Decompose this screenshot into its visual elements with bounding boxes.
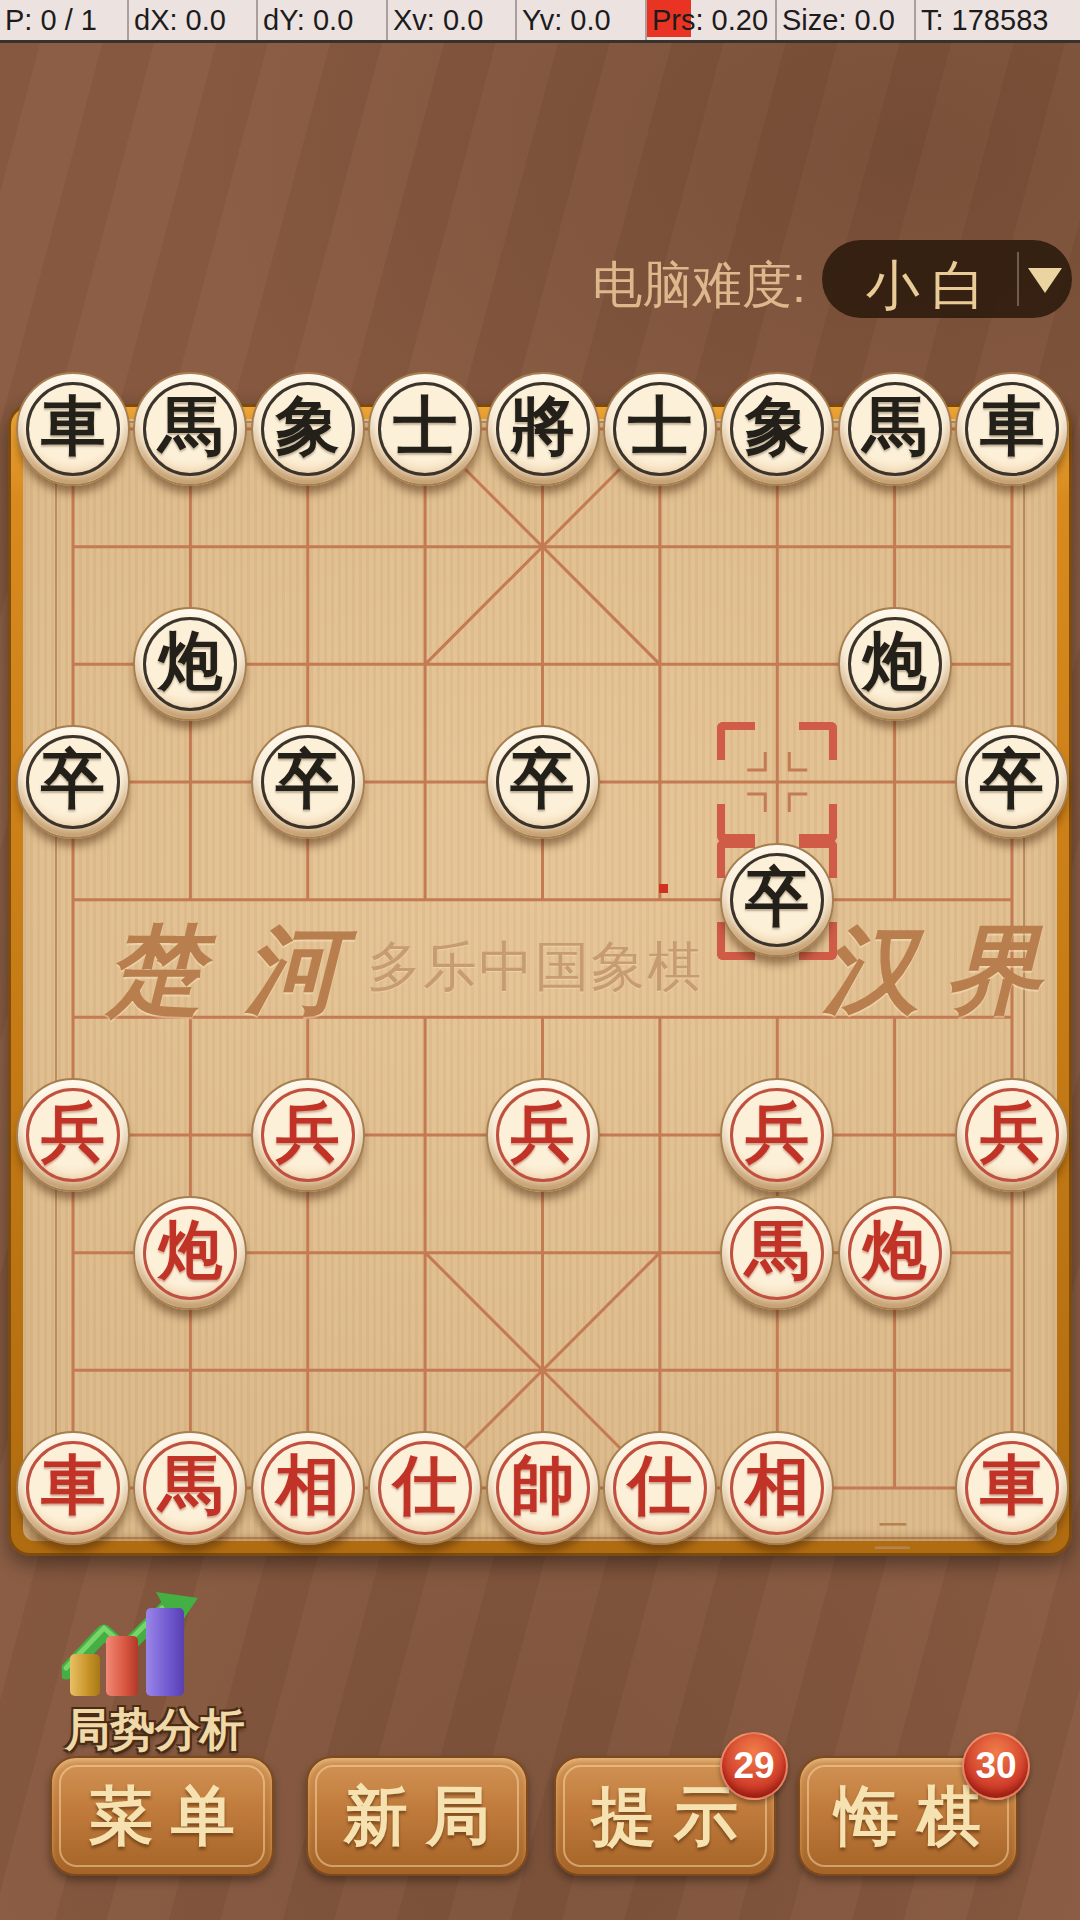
piece-black-chariot[interactable]: 車 (16, 372, 130, 486)
piece-character: 車 (41, 1454, 105, 1518)
button-label: 新局 (326, 1773, 508, 1860)
difficulty-label: 电脑难度: (592, 252, 806, 319)
river-text-left: 楚河 (107, 907, 383, 1037)
button-label: 菜单 (71, 1773, 253, 1860)
piece-black-soldier[interactable]: 卒 (16, 725, 130, 839)
piece-character: 炮 (863, 630, 927, 694)
piece-character: 仕 (393, 1454, 457, 1518)
piece-black-advisor[interactable]: 士 (603, 372, 717, 486)
piece-black-soldier[interactable]: 卒 (486, 725, 600, 839)
piece-black-horse[interactable]: 馬 (838, 372, 952, 486)
chevron-down-icon (1028, 268, 1062, 293)
app-screen: P: 0 / 1dX: 0.0dY: 0.0Xv: 0.0Yv: 0.0Prs:… (0, 0, 1080, 1920)
piece-character: 炮 (158, 1219, 222, 1283)
status-item: Size: 0.0 (777, 0, 916, 40)
status-item: P: 0 / 1 (0, 0, 129, 40)
hint-button[interactable]: 提示29 (554, 1756, 776, 1876)
status-item: Yv: 0.0 (517, 0, 647, 40)
piece-character: 卒 (511, 748, 575, 812)
piece-character: 相 (276, 1454, 340, 1518)
river-text-right: 汉界 (823, 907, 1067, 1037)
count-badge: 29 (720, 1732, 788, 1800)
piece-black-soldier[interactable]: 卒 (720, 843, 834, 957)
piece-character: 象 (276, 395, 340, 459)
debug-status-bar: P: 0 / 1dX: 0.0dY: 0.0Xv: 0.0Yv: 0.0Prs:… (0, 0, 1080, 43)
chart-bar-gold (70, 1654, 100, 1696)
status-item: Prs: 0.20 (647, 0, 777, 40)
piece-character: 馬 (863, 395, 927, 459)
piece-black-cannon[interactable]: 炮 (838, 607, 952, 721)
piece-character: 馬 (158, 395, 222, 459)
piece-character: 馬 (158, 1454, 222, 1518)
piece-red-general[interactable]: 帥 (486, 1431, 600, 1545)
piece-character: 卒 (41, 748, 105, 812)
piece-character: 仕 (628, 1454, 692, 1518)
menu-button[interactable]: 菜单 (50, 1756, 274, 1876)
move-indicator-dot (659, 884, 668, 893)
piece-red-chariot[interactable]: 車 (16, 1431, 130, 1545)
count-badge: 30 (962, 1732, 1030, 1800)
status-item: Xv: 0.0 (388, 0, 517, 40)
difficulty-value: 小白 (822, 250, 1029, 323)
river-watermark: 多乐中国象棋 (367, 931, 703, 1004)
piece-red-elephant[interactable]: 相 (251, 1431, 365, 1545)
piece-black-soldier[interactable]: 卒 (251, 725, 365, 839)
situation-analysis-button[interactable]: 局势分析 (40, 1582, 270, 1754)
piece-red-elephant[interactable]: 相 (720, 1431, 834, 1545)
piece-red-soldier[interactable]: 兵 (251, 1078, 365, 1192)
piece-character: 車 (980, 395, 1044, 459)
status-item: dY: 0.0 (258, 0, 388, 40)
piece-black-elephant[interactable]: 象 (720, 372, 834, 486)
piece-character: 兵 (41, 1101, 105, 1165)
piece-character: 車 (41, 395, 105, 459)
undo-button[interactable]: 悔棋30 (798, 1756, 1018, 1876)
piece-red-soldier[interactable]: 兵 (955, 1078, 1069, 1192)
piece-character: 兵 (511, 1101, 575, 1165)
chart-bar-purple (146, 1608, 184, 1696)
piece-red-soldier[interactable]: 兵 (16, 1078, 130, 1192)
piece-red-cannon[interactable]: 炮 (838, 1196, 952, 1310)
piece-character: 兵 (980, 1101, 1044, 1165)
chart-bar-red (106, 1636, 138, 1696)
piece-character: 帥 (511, 1454, 575, 1518)
piece-character: 兵 (745, 1101, 809, 1165)
piece-red-advisor[interactable]: 仕 (603, 1431, 717, 1545)
piece-red-horse[interactable]: 馬 (133, 1431, 247, 1545)
piece-character: 兵 (276, 1101, 340, 1165)
piece-black-elephant[interactable]: 象 (251, 372, 365, 486)
piece-red-horse[interactable]: 馬 (720, 1196, 834, 1310)
piece-red-soldier[interactable]: 兵 (486, 1078, 600, 1192)
piece-red-cannon[interactable]: 炮 (133, 1196, 247, 1310)
piece-character: 炮 (158, 630, 222, 694)
piece-character: 象 (745, 395, 809, 459)
status-item: dX: 0.0 (129, 0, 258, 40)
analysis-label: 局势分析 (20, 1700, 290, 1760)
piece-red-chariot[interactable]: 車 (955, 1431, 1069, 1545)
piece-red-soldier[interactable]: 兵 (720, 1078, 834, 1192)
piece-black-advisor[interactable]: 士 (368, 372, 482, 486)
piece-character: 卒 (980, 748, 1044, 812)
last-move-from-marker (717, 722, 837, 842)
piece-character: 相 (745, 1454, 809, 1518)
piece-black-horse[interactable]: 馬 (133, 372, 247, 486)
piece-black-soldier[interactable]: 卒 (955, 725, 1069, 839)
new-game-button[interactable]: 新局 (306, 1756, 528, 1876)
xiangqi-board[interactable]: 楚河 汉界 多乐中国象棋 二 車馬象士將士象馬車炮炮卒卒卒卒卒兵兵兵兵兵炮馬炮車… (8, 404, 1072, 1556)
file-number-label: 二 (865, 1511, 921, 1562)
piece-black-chariot[interactable]: 車 (955, 372, 1069, 486)
piece-character: 卒 (745, 866, 809, 930)
bar-chart-arrow-icon (62, 1588, 212, 1700)
piece-character: 卒 (276, 748, 340, 812)
piece-character: 將 (511, 395, 575, 459)
dropdown-divider (1017, 252, 1019, 306)
piece-character: 馬 (745, 1219, 809, 1283)
piece-black-cannon[interactable]: 炮 (133, 607, 247, 721)
piece-character: 車 (980, 1454, 1044, 1518)
difficulty-dropdown[interactable]: 小白 (822, 240, 1072, 318)
status-item: T: 178583 (916, 0, 1080, 40)
piece-character: 炮 (863, 1219, 927, 1283)
piece-character: 士 (628, 395, 692, 459)
piece-character: 士 (393, 395, 457, 459)
piece-black-general[interactable]: 將 (486, 372, 600, 486)
piece-red-advisor[interactable]: 仕 (368, 1431, 482, 1545)
